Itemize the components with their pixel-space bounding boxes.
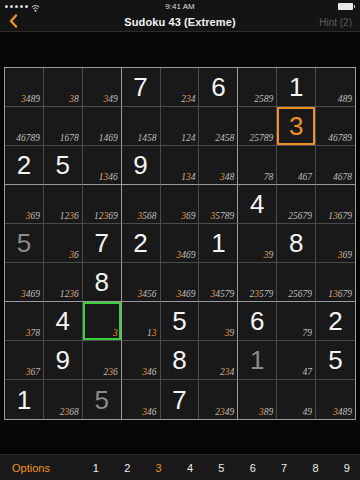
number-button-7[interactable]: 7 [280,462,288,474]
cell-r6c3[interactable]: 8 [83,263,122,302]
pencil-marks: 34579 [211,290,235,300]
pencil-marks: 25679 [288,212,312,222]
pencil-marks: 369 [338,251,352,261]
number-button-6[interactable]: 6 [249,462,257,474]
cell-r6c6[interactable]: 34579 [199,263,238,302]
pencil-marks: 349 [103,95,117,105]
pencil-marks: 13679 [328,290,352,300]
cell-r4c2[interactable]: 1236 [44,185,83,224]
cell-r1c5[interactable]: 234 [161,68,200,107]
cell-r2c6[interactable]: 2458 [199,107,238,146]
cell-r7c5[interactable]: 5 [161,302,200,341]
cell-r7c6[interactable]: 39 [199,302,238,341]
pencil-marks: 378 [26,329,40,339]
pencil-marks: 234 [220,368,234,378]
cell-r1c4[interactable]: 7 [122,68,161,107]
solved-digit: 9 [133,152,147,178]
pencil-marks: 346 [142,408,156,418]
cell-r3c7[interactable]: 78 [238,146,277,185]
cell-r8c1[interactable]: 367 [5,341,44,380]
cell-r8c4[interactable]: 346 [122,341,161,380]
cell-r4c4[interactable]: 3568 [122,185,161,224]
solved-digit: 8 [172,347,186,373]
cell-r3c3[interactable]: 1346 [83,146,122,185]
solved-digit: 6 [211,74,225,100]
cell-r1c9[interactable]: 489 [316,68,355,107]
solved-digit: 1 [250,347,264,373]
cell-r5c3[interactable]: 7 [83,224,122,263]
pencil-marks: 25679 [288,290,312,300]
cell-r9c4[interactable]: 346 [122,380,161,419]
pencil-marks: 1469 [99,134,118,144]
cell-r5c2[interactable]: 36 [44,224,83,263]
solved-digit: 1 [211,230,225,256]
cell-r3c9[interactable]: 4678 [316,146,355,185]
solved-digit: 5 [94,387,108,413]
page-title: Sudoku 43 (Extreme) [0,16,360,28]
pencil-marks: 369 [26,212,40,222]
cell-r4c1[interactable]: 369 [5,185,44,224]
cell-r1c8[interactable]: 1 [277,68,316,107]
options-button[interactable]: Options [12,462,50,474]
number-button-1[interactable]: 1 [92,462,100,474]
cell-r6c8[interactable]: 25679 [277,263,316,302]
number-button-2[interactable]: 2 [123,462,131,474]
cell-r9c3[interactable]: 5 [83,380,122,419]
pencil-marks: 2349 [215,408,234,418]
cell-r1c6[interactable]: 6 [199,68,238,107]
cell-r7c4[interactable]: 13 [122,302,161,341]
pencil-marks: 12369 [94,212,118,222]
solved-digit: 6 [250,308,264,334]
cell-r1c2[interactable]: 38 [44,68,83,107]
pencil-marks: 4678 [333,173,352,183]
pencil-marks: 236 [103,368,117,378]
cell-r7c2[interactable]: 4 [44,302,83,341]
cell-r9c9[interactable]: 3489 [316,380,355,419]
cell-r2c4[interactable]: 1458 [122,107,161,146]
pencil-marks: 3469 [21,290,40,300]
pencil-marks: 23579 [249,290,273,300]
cell-r2c3[interactable]: 1469 [83,107,122,146]
pencil-marks: 25789 [249,134,273,144]
cell-r1c1[interactable]: 3489 [5,68,44,107]
pencil-marks: 39 [225,329,235,339]
number-button-8[interactable]: 8 [312,462,320,474]
pencil-marks: 2589 [254,95,273,105]
solved-digit: 3 [289,113,303,139]
cell-r9c6[interactable]: 2349 [199,380,238,419]
number-button-4[interactable]: 4 [186,462,194,474]
pencil-marks: 47 [303,368,313,378]
pencil-marks: 1236 [60,212,79,222]
status-bar: 9:41 AM [0,0,360,13]
cell-r6c2[interactable]: 1236 [44,263,83,302]
pencil-marks: 3489 [333,408,352,418]
pencil-marks: 389 [259,408,273,418]
number-button-5[interactable]: 5 [217,462,225,474]
solved-digit: 8 [289,230,303,256]
cell-r8c3[interactable]: 236 [83,341,122,380]
pencil-marks: 3489 [21,95,40,105]
solved-digit: 5 [172,308,186,334]
solved-digit: 7 [94,230,108,256]
pencil-marks: 2368 [60,408,79,418]
cell-r4c9[interactable]: 13679 [316,185,355,224]
pencil-marks: 13679 [328,212,352,222]
cell-r3c5[interactable]: 134 [161,146,200,185]
pencil-marks: 367 [26,368,40,378]
pencil-marks: 369 [181,212,195,222]
pencil-marks: 1458 [138,134,157,144]
cell-r2c1[interactable]: 46789 [5,107,44,146]
navigation-bar: Sudoku 43 (Extreme) Hint (2) [0,13,360,31]
cell-r6c4[interactable]: 3456 [122,263,161,302]
cell-r5c9[interactable]: 369 [316,224,355,263]
pencil-marks: 46789 [16,134,40,144]
cell-r4c8[interactable]: 25679 [277,185,316,224]
solved-digit: 8 [94,269,108,295]
sudoku-grid: 3489383497234625891489467891678146914581… [4,67,356,420]
bottom-toolbar: Options 123456789 [0,454,360,480]
cell-r8c5[interactable]: 8 [161,341,200,380]
pencil-marks: 234 [181,95,195,105]
pencil-marks: 1346 [99,173,118,183]
cell-r3c8[interactable]: 467 [277,146,316,185]
cell-r3c2[interactable]: 5 [44,146,83,185]
pencil-marks: 489 [338,95,352,105]
cell-r9c5[interactable]: 7 [161,380,200,419]
pencil-marks: 3469 [176,251,195,261]
solved-digit: 1 [289,74,303,100]
cell-r4c6[interactable]: 35789 [199,185,238,224]
hint-button[interactable]: Hint (2) [319,17,352,28]
number-bar: 123456789 [92,462,351,474]
pencil-marks: 13 [147,329,157,339]
cell-r5c6[interactable]: 1 [199,224,238,263]
cell-r8c6[interactable]: 234 [199,341,238,380]
cell-r6c1[interactable]: 3469 [5,263,44,302]
pencil-marks: 3456 [138,290,157,300]
cell-r7c8[interactable]: 79 [277,302,316,341]
cell-r7c1[interactable]: 378 [5,302,44,341]
pencil-marks: 348 [220,173,234,183]
cell-r2c8[interactable]: 3 [277,107,316,146]
cell-r5c8[interactable]: 8 [277,224,316,263]
pencil-marks: 346 [142,368,156,378]
cell-r8c9[interactable]: 5 [316,341,355,380]
cell-r8c8[interactable]: 47 [277,341,316,380]
cell-r8c2[interactable]: 9 [44,341,83,380]
cell-r9c7[interactable]: 389 [238,380,277,419]
pencil-marks: 35789 [211,212,235,222]
cell-r9c2[interactable]: 2368 [44,380,83,419]
cell-r7c3[interactable]: 3 [83,302,122,341]
cell-r2c9[interactable]: 46789 [316,107,355,146]
pencil-marks: 38 [69,95,79,105]
pencil-marks: 3568 [138,212,157,222]
cell-r8c7[interactable]: 1 [238,341,277,380]
cell-r2c2[interactable]: 1678 [44,107,83,146]
cell-r1c3[interactable]: 349 [83,68,122,107]
solved-digit: 5 [328,347,342,373]
cell-r2c7[interactable]: 25789 [238,107,277,146]
status-time: 9:41 AM [0,2,360,11]
cell-r9c8[interactable]: 49 [277,380,316,419]
pencil-marks: 46789 [328,134,352,144]
pencil-marks: 36 [69,251,79,261]
number-button-9[interactable]: 9 [343,462,351,474]
cell-r6c5[interactable]: 3469 [161,263,200,302]
cell-r5c1[interactable]: 5 [5,224,44,263]
pencil-marks: 79 [303,329,313,339]
cell-r4c5[interactable]: 369 [161,185,200,224]
pencil-marks: 124 [181,134,195,144]
cell-r3c1[interactable]: 2 [5,146,44,185]
cell-r9c1[interactable]: 1 [5,380,44,419]
cell-r6c7[interactable]: 23579 [238,263,277,302]
solved-digit: 4 [250,191,264,217]
cell-r5c4[interactable]: 2 [122,224,161,263]
solved-digit: 1 [17,387,31,413]
cell-r7c7[interactable]: 6 [238,302,277,341]
cell-r6c9[interactable]: 13679 [316,263,355,302]
cell-r4c7[interactable]: 4 [238,185,277,224]
pencil-marks: 49 [303,408,313,418]
cell-r5c5[interactable]: 3469 [161,224,200,263]
pencil-marks: 39 [264,251,274,261]
cell-r4c3[interactable]: 12369 [83,185,122,224]
pencil-marks: 1236 [60,290,79,300]
solved-digit: 2 [328,308,342,334]
pencil-marks: 134 [181,173,195,183]
cell-r5c7[interactable]: 39 [238,224,277,263]
solved-digit: 9 [56,347,70,373]
solved-digit: 4 [56,308,70,334]
pencil-marks: 3469 [176,290,195,300]
solved-digit: 7 [172,387,186,413]
solved-digit: 2 [17,152,31,178]
pencil-marks: 3 [113,329,118,339]
pencil-marks: 1678 [60,134,79,144]
pencil-marks: 467 [298,173,312,183]
solved-digit: 5 [17,230,31,256]
cell-r7c9[interactable]: 2 [316,302,355,341]
solved-digit: 5 [56,152,70,178]
solved-digit: 7 [133,74,147,100]
cell-r1c7[interactable]: 2589 [238,68,277,107]
pencil-marks: 78 [264,173,274,183]
cell-r3c6[interactable]: 348 [199,146,238,185]
top-bars: 9:41 AM Sudoku 43 (Extreme) Hint (2) [0,0,360,32]
pencil-marks: 2458 [215,134,234,144]
number-button-3[interactable]: 3 [155,462,163,474]
cell-r2c5[interactable]: 124 [161,107,200,146]
solved-digit: 2 [133,230,147,256]
cell-r3c4[interactable]: 9 [122,146,161,185]
